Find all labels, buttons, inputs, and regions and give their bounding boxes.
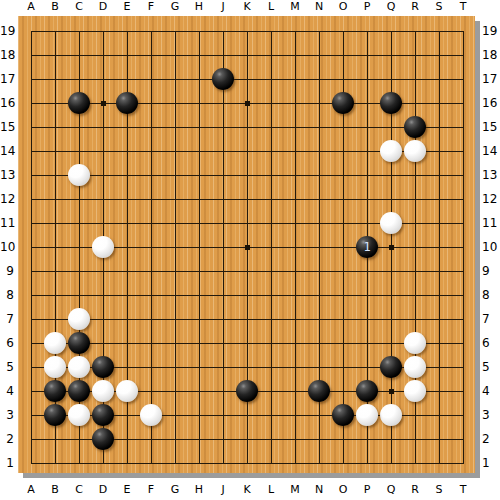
row-label-right-5: 5 (482, 360, 500, 374)
col-label-bottom-T: T (453, 483, 473, 497)
stone-white-R5[interactable] (404, 356, 426, 378)
stone-black-P10[interactable]: 1 (356, 236, 378, 258)
col-label-bottom-J: J (213, 483, 233, 497)
stone-white-Q14[interactable] (380, 140, 402, 162)
stone-black-N4[interactable] (308, 380, 330, 402)
stone-black-B3[interactable] (44, 404, 66, 426)
stone-black-Q16[interactable] (380, 92, 402, 114)
row-label-left-1: 1 (0, 456, 14, 470)
row-label-right-12: 12 (482, 192, 500, 206)
col-label-bottom-M: M (285, 483, 305, 497)
stone-white-C13[interactable] (68, 164, 90, 186)
col-label-bottom-R: R (405, 483, 425, 497)
row-label-right-10: 10 (482, 240, 500, 254)
row-label-left-7: 7 (0, 312, 14, 326)
row-label-right-7: 7 (482, 312, 500, 326)
row-label-left-15: 15 (0, 120, 14, 134)
row-label-right-17: 17 (482, 72, 500, 86)
row-label-right-3: 3 (482, 408, 500, 422)
row-label-right-6: 6 (482, 336, 500, 350)
row-label-left-3: 3 (0, 408, 14, 422)
col-label-top-N: N (309, 0, 329, 14)
stone-white-P3[interactable] (356, 404, 378, 426)
stone-white-R6[interactable] (404, 332, 426, 354)
stone-white-F3[interactable] (140, 404, 162, 426)
row-label-right-9: 9 (482, 264, 500, 278)
col-label-bottom-E: E (117, 483, 137, 497)
stone-white-C7[interactable] (68, 308, 90, 330)
col-label-top-O: O (333, 0, 353, 14)
row-label-left-10: 10 (0, 240, 14, 254)
stone-black-K4[interactable] (236, 380, 258, 402)
col-label-top-L: L (261, 0, 281, 14)
row-label-right-14: 14 (482, 144, 500, 158)
row-label-left-5: 5 (0, 360, 14, 374)
row-label-right-2: 2 (482, 432, 500, 446)
stone-black-C16[interactable] (68, 92, 90, 114)
stone-white-Q3[interactable] (380, 404, 402, 426)
stone-black-Q5[interactable] (380, 356, 402, 378)
col-label-top-T: T (453, 0, 473, 14)
row-label-right-18: 18 (482, 48, 500, 62)
stone-black-J17[interactable] (212, 68, 234, 90)
col-label-bottom-P: P (357, 483, 377, 497)
stone-white-C5[interactable] (68, 356, 90, 378)
stone-black-D3[interactable] (92, 404, 114, 426)
col-label-top-E: E (117, 0, 137, 14)
stone-white-C3[interactable] (68, 404, 90, 426)
col-label-bottom-A: A (21, 483, 41, 497)
row-label-left-19: 19 (0, 24, 14, 38)
row-label-left-4: 4 (0, 384, 14, 398)
row-label-right-13: 13 (482, 168, 500, 182)
col-label-bottom-O: O (333, 483, 353, 497)
row-label-left-11: 11 (0, 216, 14, 230)
col-label-top-Q: Q (381, 0, 401, 14)
row-label-left-6: 6 (0, 336, 14, 350)
col-label-top-H: H (189, 0, 209, 14)
row-label-right-1: 1 (482, 456, 500, 470)
row-label-left-9: 9 (0, 264, 14, 278)
stone-black-O3[interactable] (332, 404, 354, 426)
row-label-right-4: 4 (482, 384, 500, 398)
row-label-right-15: 15 (482, 120, 500, 134)
col-label-top-S: S (429, 0, 449, 14)
row-label-left-14: 14 (0, 144, 14, 158)
col-label-top-G: G (165, 0, 185, 14)
row-label-left-17: 17 (0, 72, 14, 86)
col-label-top-J: J (213, 0, 233, 14)
row-label-left-13: 13 (0, 168, 14, 182)
col-label-top-P: P (357, 0, 377, 14)
stone-white-E4[interactable] (116, 380, 138, 402)
col-label-top-R: R (405, 0, 425, 14)
stone-black-D2[interactable] (92, 428, 114, 450)
stone-black-C6[interactable] (68, 332, 90, 354)
stones-layer[interactable]: 1 (19, 19, 475, 475)
row-label-right-16: 16 (482, 96, 500, 110)
col-label-top-K: K (237, 0, 257, 14)
col-label-bottom-L: L (261, 483, 281, 497)
col-label-bottom-D: D (93, 483, 113, 497)
stone-black-D5[interactable] (92, 356, 114, 378)
col-label-bottom-H: H (189, 483, 209, 497)
move-number-label: 1 (356, 236, 378, 258)
stone-white-B5[interactable] (44, 356, 66, 378)
row-label-left-8: 8 (0, 288, 14, 302)
col-label-top-A: A (21, 0, 41, 14)
col-label-bottom-S: S (429, 483, 449, 497)
stone-white-R4[interactable] (404, 380, 426, 402)
row-label-left-18: 18 (0, 48, 14, 62)
stone-white-R14[interactable] (404, 140, 426, 162)
col-label-bottom-N: N (309, 483, 329, 497)
col-label-top-F: F (141, 0, 161, 14)
row-label-right-19: 19 (482, 24, 500, 38)
row-label-right-8: 8 (482, 288, 500, 302)
row-label-left-2: 2 (0, 432, 14, 446)
col-label-bottom-G: G (165, 483, 185, 497)
col-label-top-C: C (69, 0, 89, 14)
row-label-right-11: 11 (482, 216, 500, 230)
col-label-bottom-Q: Q (381, 483, 401, 497)
go-diagram: 1 AABBCCDDEEFFGGHHJJKKLLMMNNOOPPQQRRSSTT… (0, 0, 500, 500)
col-label-bottom-C: C (69, 483, 89, 497)
row-label-left-16: 16 (0, 96, 14, 110)
col-label-bottom-K: K (237, 483, 257, 497)
stone-black-O16[interactable] (332, 92, 354, 114)
col-label-bottom-B: B (45, 483, 65, 497)
stone-black-B4[interactable] (44, 380, 66, 402)
col-label-top-B: B (45, 0, 65, 14)
stone-white-Q11[interactable] (380, 212, 402, 234)
stone-black-E16[interactable] (116, 92, 138, 114)
col-label-top-M: M (285, 0, 305, 14)
col-label-top-D: D (93, 0, 113, 14)
row-label-left-12: 12 (0, 192, 14, 206)
stone-white-D4[interactable] (92, 380, 114, 402)
stone-black-R15[interactable] (404, 116, 426, 138)
stone-white-D10[interactable] (92, 236, 114, 258)
stone-black-P4[interactable] (356, 380, 378, 402)
stone-black-C4[interactable] (68, 380, 90, 402)
col-label-bottom-F: F (141, 483, 161, 497)
stone-white-B6[interactable] (44, 332, 66, 354)
